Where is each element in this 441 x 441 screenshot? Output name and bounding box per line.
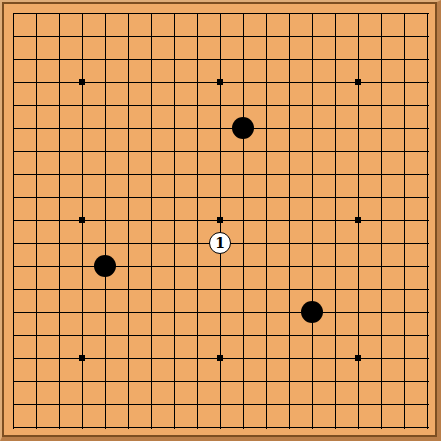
goban: 1 xyxy=(2,2,437,437)
star-point xyxy=(79,217,85,223)
star-point xyxy=(217,355,223,361)
star-point xyxy=(217,79,223,85)
star-point xyxy=(355,217,361,223)
black-stone-E8 xyxy=(94,255,116,277)
star-point xyxy=(79,79,85,85)
goban-frame: 1 xyxy=(0,0,441,441)
star-point xyxy=(355,79,361,85)
black-stone-O6 xyxy=(301,301,323,323)
star-point xyxy=(217,217,223,223)
star-point xyxy=(79,355,85,361)
black-stone-L14 xyxy=(232,117,254,139)
white-stone-K9-move-1: 1 xyxy=(209,232,231,254)
star-point xyxy=(355,355,361,361)
intersection-grid: 1 xyxy=(2,2,437,437)
